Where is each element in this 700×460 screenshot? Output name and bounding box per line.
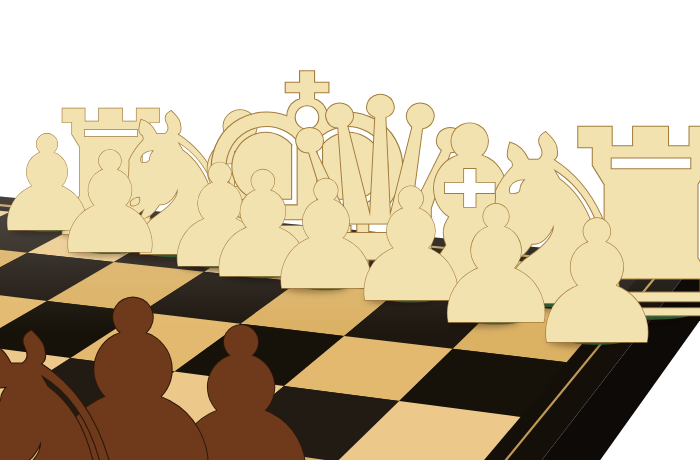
chess-board: ♜♞♝♚♛♝♞♜♟♟♟♟♟♟♟♟♟♟♞ [0,0,700,460]
piece-black-knight-b8[interactable]: ♞ [0,275,166,460]
chess-set-photo: ♜♞♝♚♛♝♞♜♟♟♟♟♟♟♟♟♟♟♞ [0,0,700,460]
piece-white-pawn-a2[interactable]: ♟ [521,184,673,382]
